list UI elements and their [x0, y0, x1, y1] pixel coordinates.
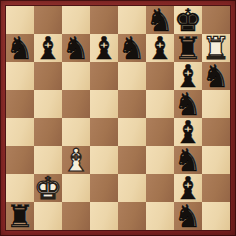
piece-black-bishop[interactable]: ♝: [34, 33, 62, 64]
square-b1[interactable]: [34, 202, 62, 230]
piece-black-knight[interactable]: ♞: [118, 33, 146, 64]
square-e7[interactable]: ♞: [118, 34, 146, 62]
square-g1[interactable]: ♞: [174, 202, 202, 230]
square-a1[interactable]: ♜: [6, 202, 34, 230]
piece-black-bishop[interactable]: ♝: [146, 33, 174, 64]
piece-black-bishop[interactable]: ♝: [90, 33, 118, 64]
square-b2[interactable]: ♚: [34, 174, 62, 202]
square-a4[interactable]: [6, 118, 34, 146]
square-f5[interactable]: [146, 90, 174, 118]
piece-white-bishop[interactable]: ♝: [62, 145, 90, 176]
square-c3[interactable]: ♝: [62, 146, 90, 174]
square-d7[interactable]: ♝: [90, 34, 118, 62]
square-h5[interactable]: [202, 90, 230, 118]
square-a6[interactable]: [6, 62, 34, 90]
square-c1[interactable]: [62, 202, 90, 230]
chess-board: ♞♚♞♝♞♝♞♝♜♜♝♞♞♝♝♞♚♝♜♞: [5, 5, 231, 231]
square-e5[interactable]: [118, 90, 146, 118]
piece-white-king[interactable]: ♚: [34, 173, 62, 204]
square-b5[interactable]: [34, 90, 62, 118]
square-b4[interactable]: [34, 118, 62, 146]
square-b7[interactable]: ♝: [34, 34, 62, 62]
square-c7[interactable]: ♞: [62, 34, 90, 62]
piece-black-knight[interactable]: ♞: [174, 201, 202, 232]
square-f7[interactable]: ♝: [146, 34, 174, 62]
square-f2[interactable]: [146, 174, 174, 202]
square-f6[interactable]: [146, 62, 174, 90]
square-f1[interactable]: [146, 202, 174, 230]
square-c6[interactable]: [62, 62, 90, 90]
square-e4[interactable]: [118, 118, 146, 146]
square-a3[interactable]: [6, 146, 34, 174]
square-h6[interactable]: ♞: [202, 62, 230, 90]
square-d4[interactable]: [90, 118, 118, 146]
square-d1[interactable]: [90, 202, 118, 230]
square-d2[interactable]: [90, 174, 118, 202]
piece-black-knight[interactable]: ♞: [202, 61, 230, 92]
square-e3[interactable]: [118, 146, 146, 174]
square-e6[interactable]: [118, 62, 146, 90]
square-h2[interactable]: [202, 174, 230, 202]
square-f3[interactable]: [146, 146, 174, 174]
square-a5[interactable]: [6, 90, 34, 118]
piece-black-knight[interactable]: ♞: [6, 33, 34, 64]
square-d6[interactable]: [90, 62, 118, 90]
square-e1[interactable]: [118, 202, 146, 230]
square-c2[interactable]: [62, 174, 90, 202]
square-h4[interactable]: [202, 118, 230, 146]
piece-black-knight[interactable]: ♞: [62, 33, 90, 64]
square-d3[interactable]: [90, 146, 118, 174]
piece-black-rook[interactable]: ♜: [6, 201, 34, 232]
square-c5[interactable]: [62, 90, 90, 118]
board-frame: ♞♚♞♝♞♝♞♝♜♜♝♞♞♝♝♞♚♝♜♞: [0, 0, 236, 236]
square-e2[interactable]: [118, 174, 146, 202]
square-a7[interactable]: ♞: [6, 34, 34, 62]
square-b6[interactable]: [34, 62, 62, 90]
square-f4[interactable]: [146, 118, 174, 146]
square-h3[interactable]: [202, 146, 230, 174]
square-d5[interactable]: [90, 90, 118, 118]
square-h1[interactable]: [202, 202, 230, 230]
